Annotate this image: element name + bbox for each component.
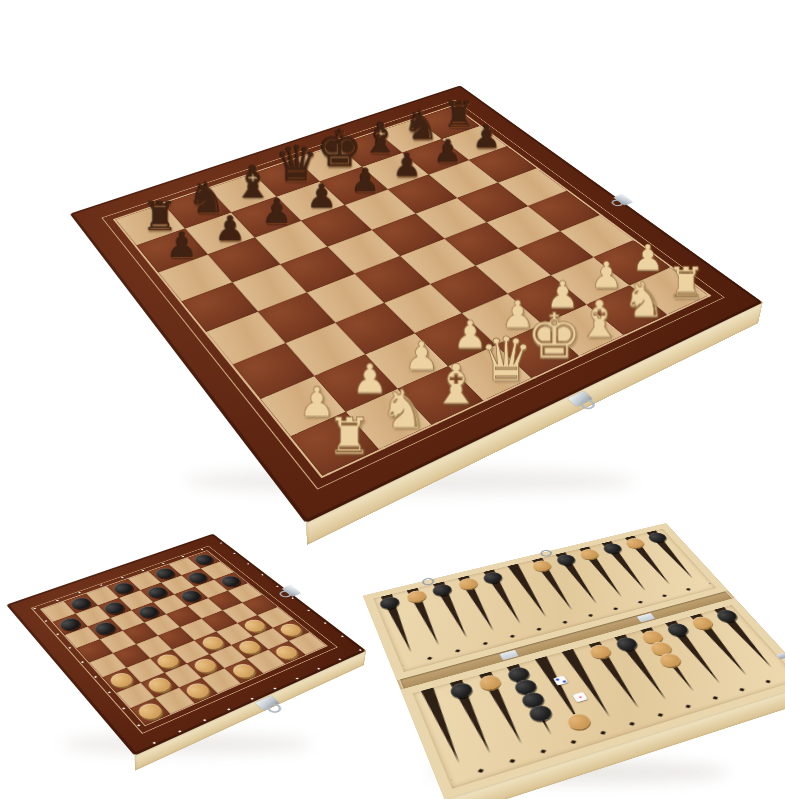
backgammon-point bbox=[421, 688, 466, 766]
checker-disc-black bbox=[144, 585, 170, 600]
backgammon-checker-tan bbox=[656, 651, 684, 669]
checkers-square bbox=[194, 579, 228, 598]
checker-disc-black bbox=[91, 620, 118, 637]
backgammon-checker-black bbox=[526, 703, 555, 723]
checker-disc-black bbox=[152, 566, 177, 580]
checker-disc-black bbox=[185, 570, 211, 584]
backgammon-checker-black bbox=[505, 665, 532, 684]
backgammon-point bbox=[615, 634, 672, 701]
backgammon-checker-tan bbox=[587, 643, 614, 661]
chess-piece-dark-bishop: ♝ bbox=[233, 161, 273, 203]
checkers-square bbox=[181, 568, 214, 586]
chess-square: ♚ bbox=[295, 145, 361, 181]
checker-disc-white bbox=[198, 634, 226, 651]
die-pip bbox=[555, 678, 559, 680]
chess-square bbox=[469, 146, 537, 182]
hinge-plate bbox=[500, 650, 519, 660]
chess-square bbox=[345, 190, 415, 230]
checker-disc-black bbox=[135, 604, 162, 620]
checkers-square bbox=[273, 619, 310, 641]
checkers-square bbox=[64, 594, 98, 614]
backgammon-checker-black bbox=[512, 678, 539, 697]
checkers-square bbox=[222, 603, 257, 624]
checkers-square bbox=[128, 572, 161, 591]
backgammon-checker-black bbox=[519, 690, 547, 710]
chess-square: ♜ bbox=[115, 204, 184, 246]
die-red-pips bbox=[572, 692, 588, 703]
chess-piece-dark-king: ♚ bbox=[317, 125, 363, 174]
chess-piece-dark-rook: ♜ bbox=[444, 98, 476, 132]
chess-square: ♞ bbox=[163, 188, 231, 228]
checkers-board-3d bbox=[6, 534, 366, 756]
checker-disc-white bbox=[191, 657, 220, 676]
backgammon-checker-black bbox=[613, 636, 640, 653]
checkers-square bbox=[107, 579, 140, 598]
checkers-square bbox=[158, 627, 194, 649]
chess-piece-dark-knight: ♞ bbox=[403, 107, 439, 145]
checkers-square bbox=[188, 551, 220, 568]
checkers-square bbox=[228, 583, 262, 602]
chess-square bbox=[497, 168, 567, 206]
die-blue-pips bbox=[553, 675, 568, 685]
chess-square: ♟ bbox=[402, 139, 469, 175]
chess-piece-dark-pawn: ♟ bbox=[262, 196, 292, 228]
backgammon-checker-tan bbox=[647, 640, 674, 657]
checkers-square bbox=[140, 583, 174, 602]
chess-square: ♟ bbox=[276, 181, 345, 220]
chess-piece-light-rook: ♜ bbox=[667, 263, 706, 304]
checkers-square bbox=[166, 606, 201, 627]
corner-latch bbox=[776, 652, 785, 659]
checker-disc-black bbox=[67, 596, 93, 612]
backgammon-point bbox=[640, 627, 699, 693]
chess-square: ♞ bbox=[377, 119, 442, 153]
chess-square bbox=[559, 215, 633, 258]
checkers-square bbox=[41, 601, 75, 621]
chess-piece-dark-queen: ♛ bbox=[275, 141, 319, 188]
chess-square: ♜ bbox=[415, 106, 479, 139]
checkers-square bbox=[214, 572, 248, 591]
chess-square: ♟ bbox=[231, 197, 301, 238]
chess-square: ♟ bbox=[320, 167, 388, 205]
checkers-square bbox=[145, 614, 180, 635]
chess-square bbox=[388, 175, 457, 214]
chess-board-3d: ♜♞♝♛♚♝♞♜♟♟♟♟♟♟♟♟♟♟♟♟♟♟♟♟♜♞♝♛♚♝♞♜ bbox=[70, 86, 763, 524]
chess-square bbox=[487, 206, 560, 248]
chess-square bbox=[415, 198, 486, 239]
chess-square bbox=[475, 248, 551, 294]
die-pip bbox=[562, 680, 566, 682]
backgammon-point bbox=[562, 649, 616, 719]
chess-square: ♟ bbox=[441, 126, 507, 160]
chess-board-scene: ♜♞♝♛♚♝♞♜♟♟♟♟♟♟♟♟♟♟♟♟♟♟♟♟♜♞♝♛♚♝♞♜ bbox=[150, 6, 650, 506]
chess-square bbox=[301, 205, 372, 247]
checker-disc-black bbox=[178, 589, 204, 604]
chess-piece-dark-pawn: ♟ bbox=[434, 136, 462, 166]
chess-square: ♝ bbox=[209, 173, 277, 212]
chess-square bbox=[429, 160, 498, 198]
die-pip bbox=[578, 696, 582, 699]
chess-piece-dark-pawn: ♟ bbox=[307, 180, 337, 212]
checkers-square bbox=[119, 590, 153, 610]
checkers-square bbox=[201, 561, 234, 579]
chess-piece-dark-bishop: ♝ bbox=[362, 119, 400, 159]
checkers-square bbox=[153, 594, 187, 614]
chess-piece-dark-knight: ♞ bbox=[188, 178, 227, 219]
chess-piece-light-king: ♚ bbox=[526, 306, 582, 365]
chess-piece-light-pawn: ♟ bbox=[632, 241, 664, 275]
checkers-square bbox=[174, 587, 208, 607]
backgammon-checker-black bbox=[448, 681, 475, 700]
chess-piece-light-pawn: ♟ bbox=[404, 338, 439, 375]
checkers-square bbox=[86, 586, 119, 606]
chess-piece-dark-pawn: ♟ bbox=[215, 212, 246, 245]
backgammon-point bbox=[507, 664, 558, 737]
metal-clasp bbox=[613, 194, 633, 206]
chess-square: ♝ bbox=[337, 132, 402, 167]
latch-loop bbox=[538, 549, 553, 558]
checkers-square bbox=[257, 607, 293, 628]
checkers-square bbox=[208, 591, 243, 611]
checker-disc-black bbox=[101, 600, 128, 616]
chess-board-frame: ♜♞♝♛♚♝♞♜♟♟♟♟♟♟♟♟♟♟♟♟♟♟♟♟♜♞♝♛♚♝♞♜ bbox=[70, 86, 763, 524]
checkers-board-scene bbox=[50, 497, 310, 757]
checkers-square bbox=[75, 606, 109, 627]
metal-clasp bbox=[282, 585, 302, 597]
inlay-dot-row bbox=[450, 672, 785, 782]
chess-piece-dark-pawn: ♟ bbox=[351, 165, 380, 196]
checkers-square bbox=[168, 558, 200, 576]
checkers-square bbox=[97, 598, 131, 618]
checkers-square bbox=[161, 575, 194, 594]
hinge-plate bbox=[637, 613, 655, 622]
backgammon-checker-tan bbox=[477, 673, 504, 692]
chess-piece-dark-rook: ♜ bbox=[142, 198, 178, 236]
backgammon-case bbox=[363, 523, 785, 799]
checkers-square bbox=[132, 602, 167, 623]
chess-square: ♟ bbox=[361, 153, 428, 190]
backgammon-point bbox=[535, 656, 588, 727]
chess-piece-dark-pawn: ♟ bbox=[473, 123, 501, 153]
chess-board: ♜♞♝♛♚♝♞♜♟♟♟♟♟♟♟♟♟♟♟♟♟♟♟♟♜♞♝♛♚♝♞♜ bbox=[113, 105, 712, 478]
chess-piece-light-pawn: ♟ bbox=[501, 297, 535, 333]
backgammon-point bbox=[479, 672, 528, 746]
chess-square: ♟ bbox=[184, 212, 254, 254]
chess-square bbox=[527, 191, 599, 231]
checkers-square bbox=[289, 632, 326, 654]
backgammon-point bbox=[589, 642, 645, 711]
chess-square: ♛ bbox=[253, 159, 320, 196]
checkers-square bbox=[148, 564, 181, 582]
product-photo-canvas: ♜♞♝♛♚♝♞♜♟♟♟♟♟♟♟♟♟♟♟♟♟♟♟♟♜♞♝♛♚♝♞♜ bbox=[0, 0, 785, 799]
backgammon-checker-tan bbox=[565, 711, 594, 732]
checker-disc-black bbox=[111, 581, 137, 596]
checker-disc-black bbox=[218, 574, 244, 588]
chess-piece-dark-pawn: ♟ bbox=[166, 229, 198, 262]
chess-piece-dark-pawn: ♟ bbox=[393, 151, 422, 182]
backgammon-point bbox=[450, 680, 497, 756]
checkers-square bbox=[242, 595, 277, 615]
chess-square bbox=[372, 213, 444, 256]
chess-square bbox=[457, 183, 528, 223]
checker-disc-black bbox=[191, 553, 216, 566]
backgammon-3d bbox=[363, 523, 785, 799]
chess-square bbox=[257, 292, 335, 343]
checkers-board-frame bbox=[6, 534, 366, 756]
checkers-square bbox=[187, 598, 222, 618]
backgammon-scene bbox=[395, 487, 755, 787]
